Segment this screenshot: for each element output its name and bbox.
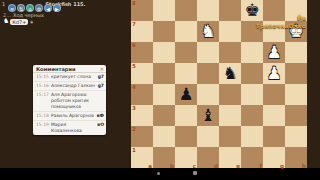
- square-a2[interactable]: 2: [131, 126, 153, 147]
- flip-board-button[interactable]: ⇅: [17, 4, 25, 12]
- file-label: a: [148, 163, 152, 169]
- square-f2[interactable]: [241, 126, 263, 147]
- square-d3[interactable]: ♝: [197, 105, 219, 126]
- watermark-line2: ТряпочкаОчко: [256, 22, 306, 30]
- comment-move: g7: [98, 83, 104, 89]
- square-g3[interactable]: [263, 105, 285, 126]
- comment-move: вФ: [97, 113, 104, 119]
- square-a7[interactable]: 7: [131, 21, 153, 42]
- square-b7[interactable]: [153, 21, 175, 42]
- square-e2[interactable]: [219, 126, 241, 147]
- square-g5[interactable]: ♟: [263, 63, 285, 84]
- settings-button[interactable]: ⚙: [35, 4, 43, 12]
- square-b1[interactable]: b: [153, 147, 175, 168]
- home-button[interactable]: ⌂: [26, 4, 34, 12]
- file-label: d: [214, 163, 218, 169]
- last-move-pill[interactable]: Кd7+: [10, 19, 28, 25]
- comment-time: 15:15: [36, 74, 49, 80]
- comment-move: g7: [98, 74, 104, 80]
- square-h6[interactable]: [285, 42, 307, 63]
- comment-time: 15:18: [36, 113, 49, 119]
- square-b8[interactable]: [153, 0, 175, 21]
- comment-row[interactable]: 15:18Равиль АрагорноввФ: [33, 112, 106, 121]
- square-c1[interactable]: c: [175, 147, 197, 168]
- square-f5[interactable]: [241, 63, 263, 84]
- board-area: 8♚7♞♚6♟5♞♟4♟3♝21abcdefgh Йа ТряпочкаОчко: [131, 0, 307, 168]
- dialog-title: Комментарии: [36, 66, 75, 72]
- square-f1[interactable]: f: [241, 147, 263, 168]
- square-e7[interactable]: [219, 21, 241, 42]
- last-move-line: ♞ Кd7+ ✳: [3, 18, 34, 25]
- rank-label: 2: [132, 126, 136, 132]
- player-watermark: Йа ТряпочкаОчко: [256, 14, 306, 30]
- square-c7[interactable]: [175, 21, 197, 42]
- white-pawn[interactable]: ♟: [266, 44, 281, 61]
- square-c3[interactable]: [175, 105, 197, 126]
- rank-label: 6: [132, 42, 136, 48]
- dialog-header: Комментарии ✕: [33, 65, 106, 73]
- square-f3[interactable]: [241, 105, 263, 126]
- square-h2[interactable]: [285, 126, 307, 147]
- comment-time: 15:16: [36, 83, 49, 89]
- square-e1[interactable]: e: [219, 147, 241, 168]
- comment-text: Аля Арагорова: роботом критик помощников: [51, 92, 104, 110]
- white-knight[interactable]: ♞: [200, 23, 215, 40]
- comment-row[interactable]: 15:19Мария КоваленковавО: [33, 121, 106, 135]
- comment-time: 15:17: [36, 92, 49, 98]
- comments-dialog: Комментарии ✕ 15:15критикует слонаg715:1…: [33, 65, 106, 135]
- nav-recents-icon[interactable]: [193, 171, 197, 175]
- move-annotation: ✳: [29, 19, 33, 25]
- square-b6[interactable]: [153, 42, 175, 63]
- square-a6[interactable]: 6: [131, 42, 153, 63]
- square-h4[interactable]: [285, 84, 307, 105]
- black-knight[interactable]: ♞: [222, 65, 237, 82]
- square-d8[interactable]: [197, 0, 219, 21]
- square-e6[interactable]: [219, 42, 241, 63]
- square-a4[interactable]: 4: [131, 84, 153, 105]
- file-label: g: [280, 163, 284, 169]
- square-b5[interactable]: [153, 63, 175, 84]
- square-d5[interactable]: [197, 63, 219, 84]
- comment-text: критикует слона: [51, 74, 96, 80]
- square-f4[interactable]: [241, 84, 263, 105]
- watermark-line1: Йа: [256, 14, 306, 22]
- square-h3[interactable]: [285, 105, 307, 126]
- toolbar: ≡⇅⌂⚙◀▶: [8, 4, 61, 12]
- square-d4[interactable]: [197, 84, 219, 105]
- rank-label: 1: [132, 147, 136, 153]
- file-label: h: [302, 163, 306, 169]
- comment-row[interactable]: 15:16Александр Галкинg7: [33, 82, 106, 91]
- rank-label: 3: [132, 105, 136, 111]
- square-d6[interactable]: [197, 42, 219, 63]
- square-e5[interactable]: ♞: [219, 63, 241, 84]
- android-navbar: [0, 168, 320, 180]
- square-c5[interactable]: [175, 63, 197, 84]
- file-label: b: [170, 163, 174, 169]
- comment-move: вО: [97, 122, 104, 128]
- rank-label: 8: [132, 0, 136, 6]
- menu-button[interactable]: ≡: [8, 4, 16, 12]
- square-d7[interactable]: ♞: [197, 21, 219, 42]
- square-d2[interactable]: [197, 126, 219, 147]
- comment-text: Александр Галкин: [51, 83, 96, 89]
- rank-label: 7: [132, 21, 136, 27]
- square-a3[interactable]: 3: [131, 105, 153, 126]
- square-g4[interactable]: [263, 84, 285, 105]
- file-label: c: [193, 163, 196, 169]
- rank-label: 4: [132, 84, 136, 90]
- square-e8[interactable]: [219, 0, 241, 21]
- square-h1[interactable]: h: [285, 147, 307, 168]
- square-c8[interactable]: [175, 0, 197, 21]
- comment-row[interactable]: 15:15критикует слонаg7: [33, 73, 106, 82]
- back-move-button[interactable]: ◀: [44, 4, 52, 12]
- square-d1[interactable]: d: [197, 147, 219, 168]
- square-a5[interactable]: 5: [131, 63, 153, 84]
- square-a1[interactable]: 1a: [131, 147, 153, 168]
- close-icon[interactable]: ✕: [100, 66, 104, 72]
- square-e3[interactable]: [219, 105, 241, 126]
- comment-time: 15:19: [36, 122, 49, 128]
- square-h5[interactable]: [285, 63, 307, 84]
- comment-text: Мария Коваленкова: [51, 122, 95, 134]
- file-label: e: [236, 163, 240, 169]
- comment-text: Равиль Арагорнов: [51, 113, 95, 119]
- square-b4[interactable]: [153, 84, 175, 105]
- black-bishop[interactable]: ♝: [200, 107, 215, 124]
- black-pawn[interactable]: ♟: [178, 86, 193, 103]
- square-g6[interactable]: ♟: [263, 42, 285, 63]
- knight-icon: ♞: [3, 18, 9, 25]
- comment-row[interactable]: 15:17Аля Арагорова: роботом критик помощ…: [33, 91, 106, 112]
- square-c4[interactable]: ♟: [175, 84, 197, 105]
- square-g2[interactable]: [263, 126, 285, 147]
- nav-home-icon[interactable]: [157, 172, 160, 175]
- white-pawn[interactable]: ♟: [266, 65, 281, 82]
- square-b2[interactable]: [153, 126, 175, 147]
- square-f6[interactable]: [241, 42, 263, 63]
- rank-label: 5: [132, 63, 136, 69]
- comments-list: 15:15критикует слонаg715:16Александр Гал…: [33, 73, 106, 135]
- file-label: f: [260, 163, 262, 169]
- square-e4[interactable]: [219, 84, 241, 105]
- forward-move-button[interactable]: ▶: [53, 4, 61, 12]
- square-g1[interactable]: g: [263, 147, 285, 168]
- square-c2[interactable]: [175, 126, 197, 147]
- square-b3[interactable]: [153, 105, 175, 126]
- app-screen: 1 Stockfish 115. ≡⇅⌂⚙◀▶ 2...Ход черных ♞…: [0, 0, 320, 180]
- square-c6[interactable]: [175, 42, 197, 63]
- square-a8[interactable]: 8: [131, 0, 153, 21]
